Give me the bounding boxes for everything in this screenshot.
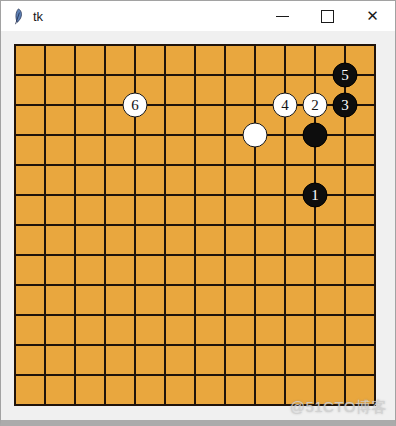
- tk-feather-icon: [10, 8, 24, 25]
- window-controls: ✕: [260, 1, 395, 31]
- tk-window: tk ✕ 123456 @51CTO博客: [0, 0, 396, 426]
- stone-black-5[interactable]: 5: [333, 63, 358, 88]
- stone-white-plain[interactable]: [243, 123, 268, 148]
- close-button[interactable]: ✕: [350, 1, 395, 31]
- maximize-button[interactable]: [305, 1, 350, 31]
- stone-white-2[interactable]: 2: [303, 93, 328, 118]
- stone-black-3[interactable]: 3: [333, 93, 358, 118]
- stone-white-4[interactable]: 4: [273, 93, 298, 118]
- stone-black-1[interactable]: 1: [303, 183, 328, 208]
- window-title: tk: [33, 9, 43, 24]
- close-icon: ✕: [366, 9, 379, 24]
- maximize-icon: [321, 10, 334, 23]
- stone-white-6[interactable]: 6: [123, 93, 148, 118]
- minimize-button[interactable]: [260, 1, 305, 31]
- watermark: @51CTO博客: [290, 398, 387, 417]
- window-client-area: 123456 @51CTO博客: [1, 31, 395, 420]
- minimize-icon: [276, 16, 289, 17]
- go-board[interactable]: 123456: [14, 44, 376, 406]
- titlebar[interactable]: tk ✕: [1, 1, 395, 31]
- stone-black-plain[interactable]: [303, 123, 328, 148]
